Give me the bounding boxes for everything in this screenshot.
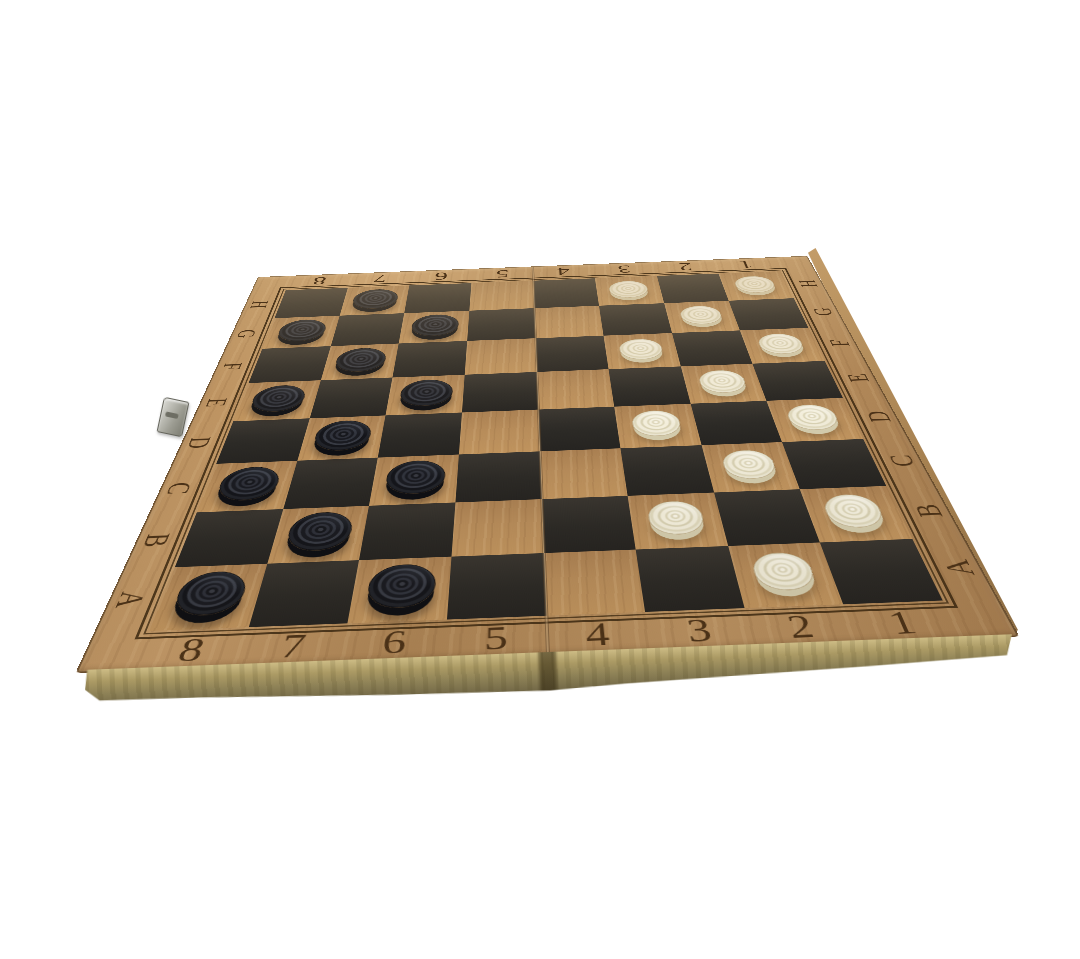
square-a5[interactable]: [447, 553, 546, 619]
square-g2[interactable]: ⛀: [664, 301, 740, 333]
black-piece-h7[interactable]: ⛂: [351, 288, 400, 309]
square-d3[interactable]: ⛀: [614, 404, 701, 449]
black-draughts-man-glyph: ⛂: [411, 314, 459, 336]
square-c4[interactable]: [540, 448, 628, 499]
black-draughts-man-glyph: ⛂: [399, 379, 452, 406]
white-piece-d1[interactable]: ⛀: [784, 404, 843, 431]
white-draughts-man-glyph: ⛀: [631, 410, 682, 436]
black-piece-b7[interactable]: ⛂: [284, 511, 355, 551]
square-f5[interactable]: [465, 338, 537, 374]
black-draughts-man-glyph: ⛂: [366, 564, 436, 609]
square-h7[interactable]: ⛂: [339, 285, 409, 315]
square-g6[interactable]: ⛂: [399, 311, 469, 344]
white-piece-h1[interactable]: ⛀: [732, 275, 778, 293]
square-h1[interactable]: ⛀: [719, 271, 794, 300]
white-draughts-man-glyph: ⛀: [618, 339, 663, 360]
white-piece-h3[interactable]: ⛀: [608, 280, 650, 298]
black-piece-c8[interactable]: ⛂: [214, 466, 284, 502]
square-f3[interactable]: ⛀: [604, 333, 681, 369]
white-draughts-man-glyph: ⛀: [720, 450, 778, 479]
white-draughts-man-glyph: ⛀: [756, 333, 806, 354]
square-g8[interactable]: ⛂: [262, 316, 339, 349]
black-draughts-man-glyph: ⛂: [171, 571, 251, 616]
square-d6[interactable]: [378, 412, 462, 457]
square-c6[interactable]: ⛂: [369, 455, 459, 506]
board-tilt-wrapper: 87654321 87654321 HGFEDCBA HGFEDCBA ⛂⛀⛀⛂…: [0, 0, 1080, 959]
square-a7[interactable]: [248, 560, 359, 627]
square-h5[interactable]: [469, 281, 534, 311]
square-g1[interactable]: [729, 298, 809, 330]
black-draughts-man-glyph: ⛂: [249, 385, 308, 413]
white-piece-f3[interactable]: ⛀: [618, 338, 665, 360]
product-photo-scene: 87654321 87654321 HGFEDCBA HGFEDCBA ⛂⛀⛀⛂…: [0, 0, 1080, 959]
square-a4[interactable]: [544, 550, 646, 616]
black-draughts-man-glyph: ⛂: [385, 460, 446, 495]
black-draughts-man-glyph: ⛂: [313, 420, 373, 451]
white-piece-b3[interactable]: ⛀: [646, 500, 707, 535]
square-b4[interactable]: [542, 496, 636, 554]
square-d7[interactable]: ⛂: [297, 415, 386, 461]
black-piece-g8[interactable]: ⛂: [275, 319, 329, 342]
square-h2[interactable]: [657, 274, 729, 304]
square-d5[interactable]: [459, 409, 540, 454]
square-e3[interactable]: [609, 366, 691, 406]
black-draughts-man-glyph: ⛂: [352, 289, 399, 309]
square-h6[interactable]: [404, 283, 471, 313]
square-d4[interactable]: [538, 406, 620, 451]
white-piece-f1[interactable]: ⛀: [755, 333, 806, 355]
white-piece-b1[interactable]: ⛀: [820, 494, 888, 528]
black-piece-c6[interactable]: ⛂: [384, 460, 446, 495]
square-f7[interactable]: ⛂: [321, 344, 399, 381]
black-piece-d7[interactable]: ⛂: [312, 420, 374, 452]
black-draughts-man-glyph: ⛂: [285, 512, 354, 551]
square-e6[interactable]: ⛂: [386, 375, 465, 416]
white-draughts-man-glyph: ⛀: [785, 404, 842, 430]
square-b7[interactable]: ⛂: [267, 506, 369, 564]
square-e5[interactable]: [462, 372, 538, 412]
square-e2[interactable]: ⛀: [681, 364, 767, 404]
square-e8[interactable]: ⛂: [233, 380, 320, 421]
square-b3[interactable]: ⛀: [628, 492, 728, 549]
white-piece-a2[interactable]: ⛀: [748, 552, 818, 592]
square-a3[interactable]: [636, 546, 745, 612]
square-h4[interactable]: [533, 278, 599, 308]
white-piece-c2[interactable]: ⛀: [719, 449, 779, 479]
black-draughts-man-glyph: ⛂: [215, 466, 283, 501]
black-draughts-man-glyph: ⛂: [334, 348, 387, 373]
square-h8[interactable]: [275, 288, 348, 318]
square-g4[interactable]: [534, 306, 603, 339]
white-draughts-man-glyph: ⛀: [679, 306, 724, 325]
square-e4[interactable]: [537, 369, 615, 409]
square-c5[interactable]: [455, 451, 541, 502]
checkers-board: 87654321 87654321 HGFEDCBA HGFEDCBA ⛂⛀⛀⛂…: [75, 256, 1019, 673]
square-h3[interactable]: ⛀: [595, 276, 664, 306]
square-b6[interactable]: [359, 502, 455, 560]
black-draughts-man-glyph: ⛂: [276, 319, 328, 341]
square-a6[interactable]: ⛂: [348, 557, 452, 624]
square-g5[interactable]: [467, 308, 535, 341]
square-f2[interactable]: [672, 330, 753, 366]
black-piece-a6[interactable]: ⛂: [365, 563, 437, 609]
white-draughts-man-glyph: ⛀: [750, 552, 818, 590]
black-piece-a8[interactable]: ⛂: [169, 570, 251, 617]
white-draughts-man-glyph: ⛀: [733, 276, 777, 293]
black-piece-e6[interactable]: ⛂: [398, 379, 453, 407]
square-f8[interactable]: [249, 346, 331, 383]
square-e7[interactable]: [310, 377, 393, 418]
black-piece-g6[interactable]: ⛂: [410, 314, 459, 337]
black-piece-f7[interactable]: ⛂: [333, 347, 387, 372]
white-draughts-man-glyph: ⛀: [697, 370, 748, 393]
square-c3[interactable]: [621, 445, 714, 495]
square-g7[interactable]: [331, 313, 405, 346]
white-piece-e2[interactable]: ⛀: [696, 369, 748, 393]
square-g3[interactable]: [599, 303, 672, 336]
white-draughts-man-glyph: ⛀: [647, 501, 706, 535]
white-draughts-man-glyph: ⛀: [821, 494, 887, 527]
black-piece-e8[interactable]: ⛂: [248, 384, 309, 412]
square-f6[interactable]: [393, 341, 467, 377]
white-draughts-man-glyph: ⛀: [608, 280, 649, 297]
square-f4[interactable]: [535, 336, 608, 372]
white-piece-g2[interactable]: ⛀: [678, 305, 724, 325]
square-b5[interactable]: [451, 499, 543, 557]
white-piece-d3[interactable]: ⛀: [630, 410, 683, 437]
square-c7[interactable]: [283, 458, 378, 509]
